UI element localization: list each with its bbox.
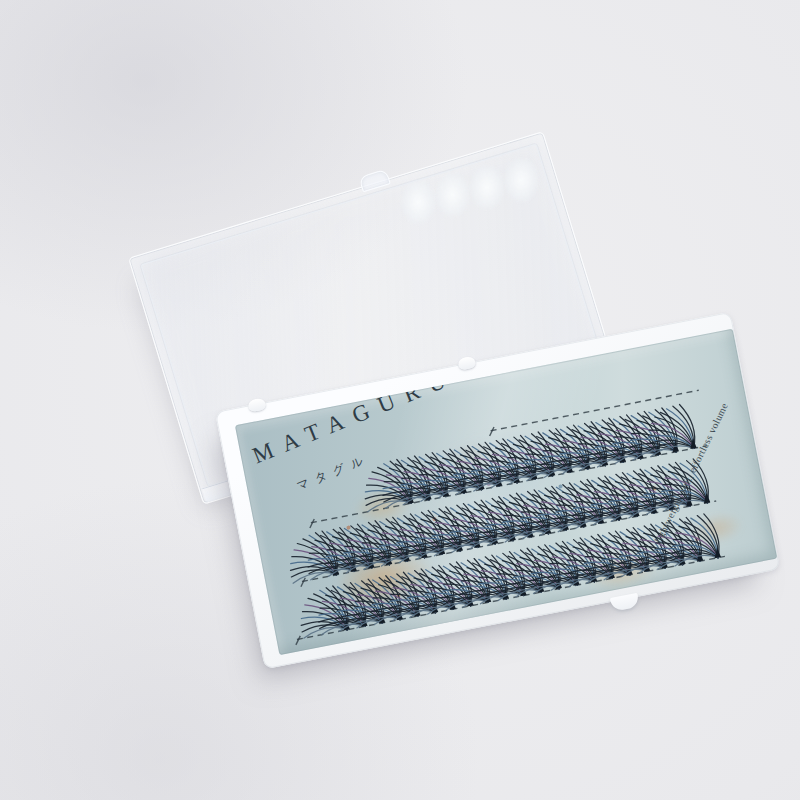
clasp-catch-tab xyxy=(610,593,640,612)
photo-scene: MATAGURU マタグル lightweight, soft, effortl… xyxy=(0,0,800,800)
